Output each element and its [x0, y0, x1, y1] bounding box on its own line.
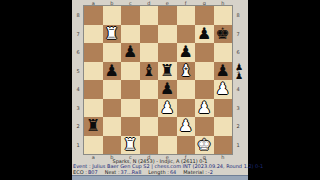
square-b8: [103, 6, 122, 25]
piece-black-pawn: ♟: [197, 26, 211, 42]
square-h2: [214, 117, 233, 136]
square-c6: ♟: [121, 43, 140, 62]
rank-label-7: 7: [73, 25, 83, 44]
square-d4: [140, 80, 159, 99]
square-e5: ♜: [158, 62, 177, 81]
square-f1: [177, 136, 196, 155]
square-f3: [177, 99, 196, 118]
rank-label-3: 3: [233, 99, 243, 118]
square-c5: [121, 62, 140, 81]
piece-black-pawn: ♟: [179, 44, 193, 60]
rank-label-1: 1: [233, 136, 243, 155]
square-e3: ♟: [158, 99, 177, 118]
stat-value: 37...Ra8: [121, 169, 142, 175]
square-f7: [177, 25, 196, 44]
rank-label-4: 4: [73, 80, 83, 99]
piece-black-king: ♚: [216, 26, 230, 42]
square-b4: [103, 80, 122, 99]
square-c2: [121, 117, 140, 136]
square-f2: ♟: [177, 117, 196, 136]
square-e7: [158, 25, 177, 44]
letterbox-bar-right: [248, 0, 320, 180]
piece-white-rook: ♜: [123, 137, 137, 153]
square-d8: [140, 6, 159, 25]
square-h7: ♚: [214, 25, 233, 44]
square-b1: [103, 136, 122, 155]
piece-black-pawn: ♟: [216, 63, 230, 79]
square-a6: [84, 43, 103, 62]
square-f5: ♝: [177, 62, 196, 81]
piece-white-pawn: ♟: [197, 100, 211, 116]
square-b5: ♟: [103, 62, 122, 81]
square-d5: ♝: [140, 62, 159, 81]
square-b7: ♜: [103, 25, 122, 44]
square-b2: [103, 117, 122, 136]
rank-label-6: 6: [233, 43, 243, 62]
rank-labels-left: 87654321: [73, 6, 83, 154]
piece-white-pawn: ♟: [160, 100, 174, 116]
square-d1: [140, 136, 159, 155]
stat-eco: ECO :B07: [73, 169, 98, 175]
square-c7: [121, 25, 140, 44]
square-c1: ♜: [121, 136, 140, 155]
piece-white-bishop: ♝: [179, 63, 193, 79]
piece-white-pawn: ♟: [216, 81, 230, 97]
square-e4: ♟: [158, 80, 177, 99]
piece-black-pawn: ♟: [105, 63, 119, 79]
piece-black-rook: ♜: [160, 63, 174, 79]
square-e8: [158, 6, 177, 25]
square-b3: [103, 99, 122, 118]
piece-black-rook: ♜: [86, 118, 100, 134]
stat-value: -2: [208, 169, 213, 175]
piece-black-pawn: ♟: [160, 81, 174, 97]
piece-black-pawn: ♟: [123, 44, 137, 60]
piece-white-rook: ♜: [105, 26, 119, 42]
square-e1: [158, 136, 177, 155]
square-a2: ♜: [84, 117, 103, 136]
square-c8: [121, 6, 140, 25]
square-a5: [84, 62, 103, 81]
square-f8: [177, 6, 196, 25]
chess-diagram: abcdefgh 87654321 87654321 ♜♟♚♟♟♟♝♜♝♟♟♟♟…: [72, 0, 248, 180]
rank-label-5: 5: [73, 62, 83, 81]
rank-label-2: 2: [233, 117, 243, 136]
stat-label: Material :: [183, 169, 207, 175]
square-d2: [140, 117, 159, 136]
rank-label-8: 8: [73, 6, 83, 25]
square-g3: ♟: [195, 99, 214, 118]
square-h4: ♟: [214, 80, 233, 99]
rank-label-6: 6: [73, 43, 83, 62]
material-indicator: ♟♟: [235, 63, 243, 81]
letterbox-bar-left: [0, 0, 72, 180]
square-a3: [84, 99, 103, 118]
square-c4: [121, 80, 140, 99]
square-a1: [84, 136, 103, 155]
square-e2: [158, 117, 177, 136]
rank-label-3: 3: [73, 99, 83, 118]
square-f4: [177, 80, 196, 99]
rank-label-7: 7: [233, 25, 243, 44]
rank-label-8: 8: [233, 6, 243, 25]
stat-material: Material :-2: [183, 169, 213, 175]
piece-white-pawn: ♟: [179, 118, 193, 134]
stat-length: Length :64: [148, 169, 176, 175]
stat-value: 64: [170, 169, 176, 175]
square-e6: [158, 43, 177, 62]
square-g8: [195, 6, 214, 25]
square-g5: [195, 62, 214, 81]
square-h5: ♟: [214, 62, 233, 81]
square-d6: [140, 43, 159, 62]
chess-board: ♜♟♚♟♟♟♝♜♝♟♟♟♟♟♜♟♜♚: [84, 6, 232, 154]
square-d7: [140, 25, 159, 44]
bottom-stripe: [72, 175, 248, 180]
square-g4: [195, 80, 214, 99]
piece-white-king: ♚: [197, 137, 211, 153]
square-c3: [121, 99, 140, 118]
stat-value: B07: [88, 169, 98, 175]
square-h8: [214, 6, 233, 25]
square-h6: [214, 43, 233, 62]
square-g2: [195, 117, 214, 136]
square-f6: ♟: [177, 43, 196, 62]
rank-label-4: 4: [233, 80, 243, 99]
rank-label-1: 1: [73, 136, 83, 155]
video-frame: abcdefgh 87654321 87654321 ♜♟♚♟♟♟♝♜♝♟♟♟♟…: [0, 0, 320, 180]
stat-label: Next :: [105, 169, 120, 175]
rank-label-2: 2: [73, 117, 83, 136]
stat-label: ECO :: [73, 169, 87, 175]
square-a4: [84, 80, 103, 99]
square-b6: [103, 43, 122, 62]
square-g6: [195, 43, 214, 62]
square-a7: [84, 25, 103, 44]
square-d3: [140, 99, 159, 118]
stat-label: Length :: [148, 169, 169, 175]
piece-black-bishop: ♝: [142, 63, 156, 79]
square-g7: ♟: [195, 25, 214, 44]
game-stats-line: ECO :B07Next :37...Ra8Length :64Material…: [73, 169, 247, 175]
square-a8: [84, 6, 103, 25]
square-g1: ♚: [195, 136, 214, 155]
material-black-pawn-icon: ♟: [235, 72, 243, 81]
square-h1: [214, 136, 233, 155]
stat-next: Next :37...Ra8: [105, 169, 142, 175]
square-h3: [214, 99, 233, 118]
